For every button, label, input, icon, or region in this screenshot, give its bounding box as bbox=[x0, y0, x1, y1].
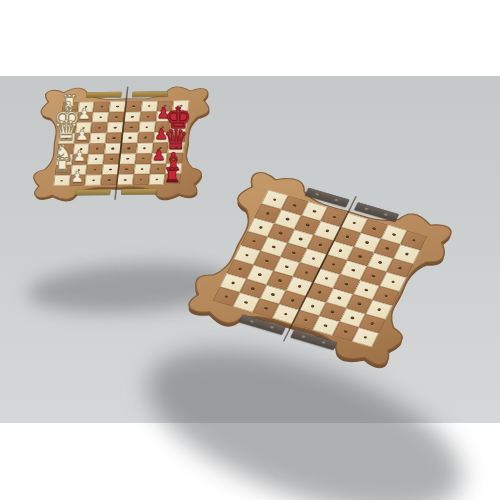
peg-hole bbox=[312, 210, 317, 213]
square bbox=[123, 122, 140, 133]
square bbox=[169, 132, 186, 143]
peg-hole bbox=[163, 116, 166, 118]
peg-hole bbox=[323, 324, 328, 327]
peg-hole bbox=[125, 168, 128, 170]
square bbox=[69, 175, 86, 186]
peg-hole bbox=[145, 126, 148, 128]
peg-hole bbox=[305, 223, 310, 226]
peg-hole bbox=[284, 265, 289, 268]
peg-hole bbox=[176, 136, 179, 138]
square bbox=[74, 133, 91, 144]
peg-hole bbox=[392, 233, 397, 236]
square bbox=[134, 164, 151, 175]
peg-hole bbox=[60, 180, 63, 182]
peg-hole bbox=[290, 299, 295, 302]
hinge-plate bbox=[132, 91, 168, 97]
peg-hole bbox=[344, 283, 349, 286]
hinge-screw bbox=[249, 320, 256, 324]
peg-hole bbox=[82, 127, 85, 129]
square bbox=[60, 112, 77, 123]
peg-hole bbox=[298, 237, 303, 240]
peg-hole bbox=[131, 116, 134, 118]
peg-hole bbox=[318, 243, 323, 246]
square bbox=[157, 101, 174, 112]
square bbox=[138, 122, 155, 133]
peg-hole bbox=[398, 266, 403, 269]
square bbox=[86, 164, 103, 175]
square bbox=[170, 121, 187, 132]
peg-hole bbox=[343, 330, 348, 333]
peg-hole bbox=[77, 169, 80, 171]
peg-hole bbox=[96, 148, 99, 150]
square bbox=[119, 153, 136, 164]
peg-hole bbox=[116, 106, 119, 108]
square bbox=[53, 175, 70, 186]
peg-hole bbox=[99, 116, 102, 118]
hinge-screw bbox=[382, 213, 389, 217]
peg-hole bbox=[378, 261, 383, 264]
peg-hole bbox=[297, 285, 302, 288]
peg-hole bbox=[304, 271, 309, 274]
square bbox=[136, 143, 153, 154]
square bbox=[56, 154, 73, 165]
square bbox=[141, 101, 158, 112]
hinge-screw bbox=[364, 207, 371, 211]
peg-hole bbox=[100, 106, 103, 108]
square bbox=[150, 164, 167, 175]
peg-hole bbox=[143, 147, 146, 149]
peg-hole bbox=[63, 159, 66, 161]
peg-hole bbox=[178, 115, 181, 117]
peg-hole bbox=[128, 137, 131, 139]
peg-hole bbox=[271, 245, 276, 248]
square bbox=[171, 111, 188, 122]
square bbox=[153, 132, 170, 143]
peg-hole bbox=[352, 221, 357, 224]
peg-hole bbox=[291, 251, 296, 254]
peg-hole bbox=[252, 239, 257, 242]
peg-hole bbox=[338, 249, 343, 252]
peg-hole bbox=[109, 169, 112, 171]
square bbox=[87, 154, 104, 165]
peg-hole bbox=[357, 302, 362, 305]
peg-hole bbox=[66, 127, 69, 129]
square bbox=[164, 174, 181, 185]
square bbox=[62, 102, 79, 113]
peg-hole bbox=[337, 296, 342, 299]
peg-hole bbox=[238, 267, 243, 270]
peg-hole bbox=[80, 148, 83, 150]
peg-hole bbox=[97, 137, 100, 139]
peg-hole bbox=[310, 304, 315, 307]
peg-hole bbox=[113, 137, 116, 139]
peg-hole bbox=[160, 137, 163, 139]
peg-hole bbox=[110, 158, 113, 160]
peg-hole bbox=[83, 117, 86, 119]
peg-hole bbox=[332, 215, 337, 218]
square bbox=[151, 153, 168, 164]
square bbox=[76, 112, 93, 123]
square bbox=[121, 133, 138, 144]
hinge-screw bbox=[300, 335, 307, 339]
peg-hole bbox=[370, 322, 375, 325]
square bbox=[140, 111, 157, 122]
peg-hole bbox=[69, 106, 72, 108]
peg-hole bbox=[79, 159, 82, 161]
peg-hole bbox=[324, 277, 329, 280]
square bbox=[59, 123, 76, 134]
peg-hole bbox=[391, 280, 396, 283]
peg-hole bbox=[377, 308, 382, 311]
peg-hole bbox=[303, 318, 308, 321]
peg-hole bbox=[351, 269, 356, 272]
square bbox=[57, 144, 74, 155]
square bbox=[75, 123, 92, 134]
peg-hole bbox=[85, 106, 88, 108]
square bbox=[135, 153, 152, 164]
peg-hole bbox=[265, 259, 270, 262]
hinge-screw bbox=[320, 340, 327, 344]
square bbox=[73, 144, 90, 155]
peg-hole bbox=[317, 291, 322, 294]
peg-hole bbox=[371, 274, 376, 277]
square bbox=[118, 164, 135, 175]
square bbox=[85, 175, 102, 186]
square bbox=[124, 112, 141, 123]
peg-hole bbox=[81, 138, 84, 140]
peg-hole bbox=[67, 117, 70, 119]
peg-hole bbox=[284, 312, 289, 315]
peg-hole bbox=[364, 288, 369, 291]
peg-hole bbox=[174, 157, 177, 159]
peg-hole bbox=[363, 336, 368, 339]
peg-hole bbox=[231, 281, 236, 284]
square bbox=[54, 165, 71, 176]
peg-hole bbox=[292, 204, 297, 207]
hinge-screw bbox=[269, 325, 276, 329]
peg-hole bbox=[98, 127, 101, 129]
peg-hole bbox=[65, 138, 68, 140]
peg-hole bbox=[111, 148, 114, 150]
hinge-plate bbox=[121, 189, 157, 195]
peg-hole bbox=[384, 294, 389, 297]
peg-hole bbox=[358, 255, 363, 258]
peg-hole bbox=[161, 126, 164, 128]
back-board bbox=[27, 84, 216, 203]
peg-hole bbox=[259, 226, 264, 229]
peg-hole bbox=[126, 158, 129, 160]
square bbox=[89, 143, 106, 154]
peg-hole bbox=[148, 105, 151, 107]
square bbox=[70, 165, 87, 176]
peg-hole bbox=[92, 179, 95, 181]
peg-hole bbox=[140, 179, 143, 181]
peg-hole bbox=[157, 168, 160, 170]
peg-hole bbox=[141, 168, 144, 170]
square bbox=[125, 101, 142, 112]
peg-hole bbox=[180, 105, 183, 107]
peg-hole bbox=[372, 227, 377, 230]
peg-hole bbox=[171, 178, 174, 180]
peg-hole bbox=[127, 147, 130, 149]
peg-hole bbox=[311, 257, 316, 260]
peg-hole bbox=[345, 235, 350, 238]
peg-hole bbox=[251, 287, 256, 290]
square bbox=[92, 112, 109, 123]
peg-hole bbox=[277, 279, 282, 282]
peg-hole bbox=[244, 301, 249, 304]
peg-hole bbox=[130, 126, 133, 128]
hinge-screw bbox=[314, 193, 321, 197]
peg-hole bbox=[177, 126, 180, 128]
peg-hole bbox=[64, 148, 67, 150]
peg-hole bbox=[164, 105, 167, 107]
hinge-plate bbox=[75, 189, 111, 195]
peg-hole bbox=[158, 158, 161, 160]
peg-hole bbox=[155, 179, 158, 181]
square bbox=[58, 133, 75, 144]
square bbox=[93, 101, 110, 112]
peg-hole bbox=[132, 105, 135, 107]
peg-hole bbox=[330, 310, 335, 313]
peg-hole bbox=[144, 137, 147, 139]
square bbox=[172, 100, 189, 111]
peg-hole bbox=[224, 295, 229, 298]
square bbox=[132, 174, 149, 185]
square bbox=[117, 174, 134, 185]
peg-hole bbox=[258, 273, 263, 276]
peg-hole bbox=[76, 180, 79, 182]
peg-hole bbox=[285, 218, 290, 221]
square bbox=[91, 122, 108, 133]
peg-hole bbox=[114, 127, 117, 129]
peg-hole bbox=[365, 241, 370, 244]
square bbox=[168, 142, 185, 153]
peg-hole bbox=[147, 116, 150, 118]
peg-hole bbox=[115, 116, 118, 118]
peg-hole bbox=[264, 307, 269, 310]
peg-hole bbox=[245, 253, 250, 256]
peg-hole bbox=[265, 212, 270, 215]
peg-hole bbox=[412, 239, 417, 242]
peg-hole bbox=[94, 158, 97, 160]
photo-scene: ♜♝♟♟♚♚♛♟♟♛♞♟♟♜♝♟♜ bbox=[0, 0, 500, 500]
hinge-plate bbox=[86, 92, 122, 98]
square bbox=[152, 143, 169, 154]
square bbox=[72, 154, 89, 165]
square bbox=[77, 102, 94, 113]
square bbox=[154, 122, 171, 133]
peg-hole bbox=[385, 247, 390, 250]
square bbox=[148, 174, 165, 185]
peg-hole bbox=[62, 169, 65, 171]
square bbox=[120, 143, 137, 154]
peg-hole bbox=[278, 231, 283, 234]
peg-hole bbox=[159, 147, 162, 149]
peg-hole bbox=[272, 198, 277, 201]
square bbox=[90, 133, 107, 144]
square bbox=[155, 111, 172, 122]
peg-hole bbox=[325, 229, 330, 232]
peg-hole bbox=[93, 169, 96, 171]
square bbox=[165, 163, 182, 174]
square bbox=[167, 153, 184, 164]
peg-hole bbox=[350, 316, 355, 319]
peg-hole bbox=[331, 263, 336, 266]
peg-hole bbox=[172, 168, 175, 170]
peg-hole bbox=[175, 147, 178, 149]
peg-hole bbox=[124, 179, 127, 181]
peg-hole bbox=[108, 179, 111, 181]
square bbox=[137, 132, 154, 143]
peg-hole bbox=[142, 158, 145, 160]
hinge-screw bbox=[333, 198, 340, 202]
peg-hole bbox=[271, 293, 276, 296]
peg-hole bbox=[405, 253, 410, 256]
